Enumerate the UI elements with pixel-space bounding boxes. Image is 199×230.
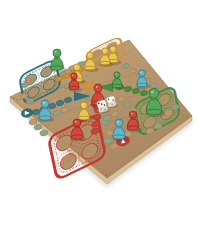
pawn-green[interactable]: [50, 49, 67, 72]
ludo-board-scene: [0, 0, 199, 230]
ludo-product-photo: [0, 0, 199, 230]
